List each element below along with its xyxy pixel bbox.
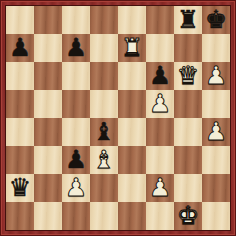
black-king[interactable]: ♚ bbox=[205, 6, 227, 34]
square-d3[interactable]: ♝ bbox=[90, 146, 118, 174]
square-a8[interactable] bbox=[6, 6, 34, 34]
square-f1[interactable] bbox=[146, 202, 174, 230]
square-d8[interactable] bbox=[90, 6, 118, 34]
white-pawn[interactable]: ♟ bbox=[205, 62, 227, 90]
square-h4[interactable]: ♟ bbox=[202, 118, 230, 146]
square-a5[interactable] bbox=[6, 90, 34, 118]
square-c5[interactable] bbox=[62, 90, 90, 118]
square-g7[interactable] bbox=[174, 34, 202, 62]
white-rook[interactable]: ♜ bbox=[121, 34, 143, 62]
square-b7[interactable] bbox=[34, 34, 62, 62]
square-c8[interactable] bbox=[62, 6, 90, 34]
square-a7[interactable]: ♟ bbox=[6, 34, 34, 62]
square-b6[interactable] bbox=[34, 62, 62, 90]
square-b3[interactable] bbox=[34, 146, 62, 174]
square-c7[interactable]: ♟ bbox=[62, 34, 90, 62]
black-rook[interactable]: ♜ bbox=[177, 6, 199, 34]
square-e3[interactable] bbox=[118, 146, 146, 174]
square-g5[interactable] bbox=[174, 90, 202, 118]
square-e7[interactable]: ♜ bbox=[118, 34, 146, 62]
chess-board: ♜♚♟♟♜♟♛♟♟♝♟♟♝♛♟♟♚ bbox=[5, 5, 231, 231]
square-e1[interactable] bbox=[118, 202, 146, 230]
square-a6[interactable] bbox=[6, 62, 34, 90]
square-a2[interactable]: ♛ bbox=[6, 174, 34, 202]
square-f5[interactable]: ♟ bbox=[146, 90, 174, 118]
square-c4[interactable] bbox=[62, 118, 90, 146]
square-b4[interactable] bbox=[34, 118, 62, 146]
black-queen[interactable]: ♛ bbox=[9, 174, 31, 202]
square-c3[interactable]: ♟ bbox=[62, 146, 90, 174]
square-g8[interactable]: ♜ bbox=[174, 6, 202, 34]
white-pawn[interactable]: ♟ bbox=[149, 90, 171, 118]
white-king[interactable]: ♚ bbox=[177, 202, 199, 230]
square-f4[interactable] bbox=[146, 118, 174, 146]
white-queen[interactable]: ♛ bbox=[177, 62, 199, 90]
square-f6[interactable]: ♟ bbox=[146, 62, 174, 90]
square-d6[interactable] bbox=[90, 62, 118, 90]
square-g6[interactable]: ♛ bbox=[174, 62, 202, 90]
black-pawn[interactable]: ♟ bbox=[149, 62, 171, 90]
square-g3[interactable] bbox=[174, 146, 202, 174]
square-f8[interactable] bbox=[146, 6, 174, 34]
square-d4[interactable]: ♝ bbox=[90, 118, 118, 146]
square-c6[interactable] bbox=[62, 62, 90, 90]
black-bishop[interactable]: ♝ bbox=[93, 118, 115, 146]
square-d7[interactable] bbox=[90, 34, 118, 62]
square-e6[interactable] bbox=[118, 62, 146, 90]
square-h5[interactable] bbox=[202, 90, 230, 118]
black-pawn[interactable]: ♟ bbox=[65, 34, 87, 62]
square-b1[interactable] bbox=[34, 202, 62, 230]
square-e4[interactable] bbox=[118, 118, 146, 146]
square-f7[interactable] bbox=[146, 34, 174, 62]
square-f3[interactable] bbox=[146, 146, 174, 174]
white-pawn[interactable]: ♟ bbox=[205, 118, 227, 146]
square-d1[interactable] bbox=[90, 202, 118, 230]
black-pawn[interactable]: ♟ bbox=[65, 146, 87, 174]
square-g1[interactable]: ♚ bbox=[174, 202, 202, 230]
white-pawn[interactable]: ♟ bbox=[65, 174, 87, 202]
square-g2[interactable] bbox=[174, 174, 202, 202]
square-a3[interactable] bbox=[6, 146, 34, 174]
square-g4[interactable] bbox=[174, 118, 202, 146]
square-b2[interactable] bbox=[34, 174, 62, 202]
square-h2[interactable] bbox=[202, 174, 230, 202]
square-h7[interactable] bbox=[202, 34, 230, 62]
square-c1[interactable] bbox=[62, 202, 90, 230]
square-e8[interactable] bbox=[118, 6, 146, 34]
white-pawn[interactable]: ♟ bbox=[149, 174, 171, 202]
white-bishop[interactable]: ♝ bbox=[93, 146, 115, 174]
square-d5[interactable] bbox=[90, 90, 118, 118]
square-d2[interactable] bbox=[90, 174, 118, 202]
square-c2[interactable]: ♟ bbox=[62, 174, 90, 202]
square-e5[interactable] bbox=[118, 90, 146, 118]
square-a4[interactable] bbox=[6, 118, 34, 146]
square-b5[interactable] bbox=[34, 90, 62, 118]
square-h6[interactable]: ♟ bbox=[202, 62, 230, 90]
square-h8[interactable]: ♚ bbox=[202, 6, 230, 34]
square-h1[interactable] bbox=[202, 202, 230, 230]
square-f2[interactable]: ♟ bbox=[146, 174, 174, 202]
square-b8[interactable] bbox=[34, 6, 62, 34]
square-e2[interactable] bbox=[118, 174, 146, 202]
square-h3[interactable] bbox=[202, 146, 230, 174]
black-pawn[interactable]: ♟ bbox=[9, 34, 31, 62]
board-frame: ♜♚♟♟♜♟♛♟♟♝♟♟♝♛♟♟♚ bbox=[0, 0, 236, 236]
square-a1[interactable] bbox=[6, 202, 34, 230]
